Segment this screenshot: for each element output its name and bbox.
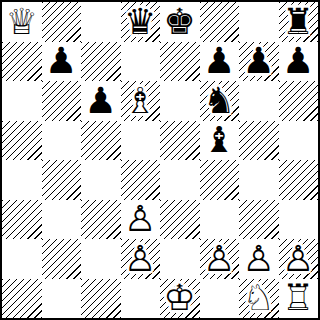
square-g3[interactable]	[239, 200, 279, 240]
square-b7[interactable]: ♟♟	[42, 42, 82, 82]
square-d4[interactable]	[121, 160, 161, 200]
piece-black-rook[interactable]: ♜♜	[279, 2, 319, 42]
square-e1[interactable]: ♚♔	[160, 279, 200, 319]
square-c1[interactable]	[81, 279, 121, 319]
white-queen-glyph: ♕	[2, 2, 42, 42]
square-g5[interactable]	[239, 121, 279, 161]
piece-white-pawn[interactable]: ♟♙	[200, 239, 240, 279]
square-c3[interactable]	[81, 200, 121, 240]
square-g2[interactable]: ♟♙	[239, 239, 279, 279]
square-e4[interactable]	[160, 160, 200, 200]
square-f7[interactable]: ♟♟	[200, 42, 240, 82]
square-h2[interactable]: ♟♙	[279, 239, 319, 279]
square-b4[interactable]	[42, 160, 82, 200]
square-f4[interactable]	[200, 160, 240, 200]
square-h7[interactable]: ♟♟	[279, 42, 319, 82]
square-d7[interactable]	[121, 42, 161, 82]
square-h5[interactable]	[279, 121, 319, 161]
piece-white-pawn[interactable]: ♟♙	[121, 200, 161, 240]
white-bishop-glyph: ♗	[121, 81, 161, 121]
square-c6[interactable]: ♟♟	[81, 81, 121, 121]
square-b8[interactable]	[42, 2, 82, 42]
square-b6[interactable]	[42, 81, 82, 121]
white-pawn-glyph: ♙	[121, 200, 161, 240]
square-c4[interactable]	[81, 160, 121, 200]
black-pawn-glyph: ♟	[81, 81, 121, 121]
black-pawn-glyph: ♟	[200, 42, 240, 82]
square-c8[interactable]	[81, 2, 121, 42]
square-e2[interactable]	[160, 239, 200, 279]
piece-white-queen[interactable]: ♛♕	[2, 2, 42, 42]
white-knight-glyph: ♘	[239, 279, 279, 319]
square-b5[interactable]	[42, 121, 82, 161]
black-knight-glyph: ♞	[200, 81, 240, 121]
square-f1[interactable]	[200, 279, 240, 319]
square-h6[interactable]	[279, 81, 319, 121]
piece-black-king[interactable]: ♚♚	[160, 2, 200, 42]
square-h1[interactable]: ♜♖	[279, 279, 319, 319]
square-a6[interactable]	[2, 81, 42, 121]
square-d2[interactable]: ♟♙	[121, 239, 161, 279]
square-b1[interactable]	[42, 279, 82, 319]
black-pawn-glyph: ♟	[279, 42, 319, 82]
square-f8[interactable]	[200, 2, 240, 42]
white-pawn-glyph: ♙	[200, 239, 240, 279]
square-a1[interactable]	[2, 279, 42, 319]
piece-black-pawn[interactable]: ♟♟	[200, 42, 240, 82]
piece-white-rook[interactable]: ♜♖	[279, 279, 319, 319]
white-pawn-glyph: ♙	[121, 239, 161, 279]
square-g4[interactable]	[239, 160, 279, 200]
square-d5[interactable]	[121, 121, 161, 161]
white-pawn-glyph: ♙	[279, 239, 319, 279]
piece-white-pawn[interactable]: ♟♙	[121, 239, 161, 279]
square-c2[interactable]	[81, 239, 121, 279]
square-f2[interactable]: ♟♙	[200, 239, 240, 279]
square-a4[interactable]	[2, 160, 42, 200]
piece-black-knight[interactable]: ♞♞	[200, 81, 240, 121]
black-pawn-glyph: ♟	[239, 42, 279, 82]
square-c7[interactable]	[81, 42, 121, 82]
black-queen-glyph: ♛	[121, 2, 161, 42]
piece-white-king[interactable]: ♚♔	[160, 279, 200, 319]
square-f6[interactable]: ♞♞	[200, 81, 240, 121]
square-b3[interactable]	[42, 200, 82, 240]
chess-board: ♛♕♛♛♚♚♜♜♟♟♟♟♟♟♟♟♟♟♝♗♞♞♝♝♟♙♟♙♟♙♟♙♟♙♚♔♞♘♜♖	[0, 0, 320, 320]
piece-black-pawn[interactable]: ♟♟	[81, 81, 121, 121]
piece-black-pawn[interactable]: ♟♟	[239, 42, 279, 82]
square-g7[interactable]: ♟♟	[239, 42, 279, 82]
square-f3[interactable]	[200, 200, 240, 240]
square-h4[interactable]	[279, 160, 319, 200]
square-h8[interactable]: ♜♜	[279, 2, 319, 42]
square-a2[interactable]	[2, 239, 42, 279]
square-c5[interactable]	[81, 121, 121, 161]
square-e8[interactable]: ♚♚	[160, 2, 200, 42]
square-g8[interactable]	[239, 2, 279, 42]
white-pawn-glyph: ♙	[239, 239, 279, 279]
white-rook-glyph: ♖	[279, 279, 319, 319]
black-pawn-glyph: ♟	[42, 42, 82, 82]
square-g1[interactable]: ♞♘	[239, 279, 279, 319]
piece-black-queen[interactable]: ♛♛	[121, 2, 161, 42]
black-king-glyph: ♚	[160, 2, 200, 42]
piece-black-pawn[interactable]: ♟♟	[42, 42, 82, 82]
square-d6[interactable]: ♝♗	[121, 81, 161, 121]
piece-black-bishop[interactable]: ♝♝	[200, 121, 240, 161]
square-h3[interactable]	[279, 200, 319, 240]
piece-white-pawn[interactable]: ♟♙	[239, 239, 279, 279]
piece-black-pawn[interactable]: ♟♟	[279, 42, 319, 82]
square-a7[interactable]	[2, 42, 42, 82]
piece-white-pawn[interactable]: ♟♙	[279, 239, 319, 279]
square-e7[interactable]	[160, 42, 200, 82]
black-bishop-glyph: ♝	[200, 121, 240, 161]
white-king-glyph: ♔	[160, 279, 200, 319]
square-a8[interactable]: ♛♕	[2, 2, 42, 42]
square-e5[interactable]	[160, 121, 200, 161]
square-d8[interactable]: ♛♛	[121, 2, 161, 42]
square-g6[interactable]	[239, 81, 279, 121]
square-b2[interactable]	[42, 239, 82, 279]
square-a5[interactable]	[2, 121, 42, 161]
black-rook-glyph: ♜	[279, 2, 319, 42]
piece-white-knight[interactable]: ♞♘	[239, 279, 279, 319]
square-f5[interactable]: ♝♝	[200, 121, 240, 161]
piece-white-bishop[interactable]: ♝♗	[121, 81, 161, 121]
square-e3[interactable]	[160, 200, 200, 240]
square-d1[interactable]	[121, 279, 161, 319]
chess-diagram: ♛♕♛♛♚♚♜♜♟♟♟♟♟♟♟♟♟♟♝♗♞♞♝♝♟♙♟♙♟♙♟♙♟♙♚♔♞♘♜♖	[0, 0, 320, 320]
square-d3[interactable]: ♟♙	[121, 200, 161, 240]
square-e6[interactable]	[160, 81, 200, 121]
square-a3[interactable]	[2, 200, 42, 240]
